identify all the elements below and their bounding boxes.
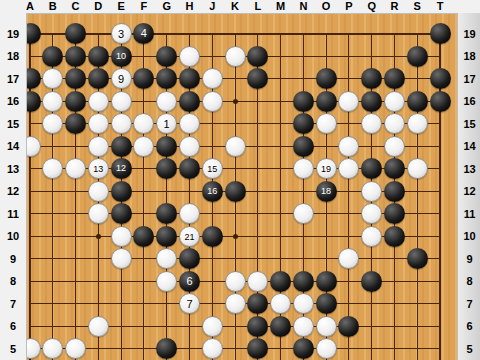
stone-black xyxy=(111,181,132,202)
stone-black: 16 xyxy=(202,181,223,202)
row-label: 16 xyxy=(458,94,480,108)
stone-black xyxy=(179,158,200,179)
stone-white xyxy=(202,68,223,89)
stone-white xyxy=(384,113,405,134)
stone-black xyxy=(316,91,337,112)
stone-black: 6 xyxy=(179,271,200,292)
stone-white xyxy=(111,248,132,269)
star-point xyxy=(96,234,101,239)
stone-white: 19 xyxy=(316,158,337,179)
grid-line-vertical xyxy=(417,34,418,360)
row-label: 7 xyxy=(0,297,26,311)
stone-black: 4 xyxy=(133,23,154,44)
stone-white xyxy=(338,136,359,157)
stone-white: 1 xyxy=(156,113,177,134)
grid-line-vertical xyxy=(348,34,349,360)
row-label: 12 xyxy=(458,184,480,198)
column-label: R xyxy=(384,0,404,13)
column-label: O xyxy=(316,0,336,13)
column-label: L xyxy=(248,0,268,13)
move-number: 12 xyxy=(111,158,132,179)
move-number: 1 xyxy=(157,114,176,135)
stone-white xyxy=(65,338,86,359)
move-number: 6 xyxy=(179,271,200,292)
stone-white xyxy=(293,293,314,314)
stone-black xyxy=(88,46,109,67)
move-number: 15 xyxy=(203,159,222,180)
stone-black xyxy=(111,136,132,157)
stone-black xyxy=(225,181,246,202)
stone-black xyxy=(111,203,132,224)
stone-white: 9 xyxy=(111,68,132,89)
stone-white xyxy=(361,226,382,247)
column-label: H xyxy=(179,0,199,13)
stone-white xyxy=(202,91,223,112)
stone-black xyxy=(65,113,86,134)
stone-white xyxy=(338,91,359,112)
row-label: 10 xyxy=(0,229,26,243)
stone-white xyxy=(88,136,109,157)
row-label: 9 xyxy=(0,252,26,266)
row-label: 11 xyxy=(0,207,26,221)
stone-black: 10 xyxy=(111,46,132,67)
stone-white xyxy=(293,158,314,179)
stone-white: 3 xyxy=(111,23,132,44)
stone-black xyxy=(316,68,337,89)
row-label: 10 xyxy=(458,229,480,243)
stone-black xyxy=(179,68,200,89)
stone-black xyxy=(407,91,428,112)
row-label: 14 xyxy=(458,139,480,153)
row-label: 15 xyxy=(458,117,480,131)
star-point xyxy=(233,99,238,104)
stone-white xyxy=(42,91,63,112)
stone-black xyxy=(293,91,314,112)
column-label: K xyxy=(225,0,245,13)
stone-white xyxy=(88,113,109,134)
row-labels-left: 1918171615141312111098765 xyxy=(0,13,27,360)
stone-white xyxy=(225,46,246,67)
stone-black xyxy=(65,91,86,112)
stone-black xyxy=(316,271,337,292)
stone-white xyxy=(111,226,132,247)
stone-white xyxy=(384,136,405,157)
move-number: 18 xyxy=(316,181,337,202)
stone-black xyxy=(384,158,405,179)
grid-line-horizontal xyxy=(29,258,441,259)
stone-white xyxy=(179,136,200,157)
row-labels-right: 1918171615141312111098765 xyxy=(457,13,480,360)
row-label: 8 xyxy=(458,274,480,288)
stone-white xyxy=(88,91,109,112)
column-label: B xyxy=(43,0,63,13)
stone-black xyxy=(293,113,314,134)
column-label: C xyxy=(66,0,86,13)
stone-black xyxy=(202,226,223,247)
stone-black xyxy=(270,316,291,337)
stone-white xyxy=(225,293,246,314)
stone-black xyxy=(361,271,382,292)
stone-black xyxy=(384,181,405,202)
stone-white xyxy=(247,271,268,292)
row-label: 13 xyxy=(458,162,480,176)
stone-black xyxy=(88,68,109,89)
row-label: 6 xyxy=(458,319,480,333)
stone-white xyxy=(270,293,291,314)
move-number: 16 xyxy=(202,181,223,202)
stone-black xyxy=(430,91,451,112)
column-label: S xyxy=(407,0,427,13)
row-label: 19 xyxy=(458,27,480,41)
stone-white xyxy=(88,181,109,202)
move-number: 7 xyxy=(180,294,199,315)
stone-white: 21 xyxy=(179,226,200,247)
stone-white: 13 xyxy=(88,158,109,179)
stone-white xyxy=(111,113,132,134)
stone-black xyxy=(293,136,314,157)
stone-black xyxy=(407,248,428,269)
stone-white xyxy=(179,203,200,224)
stone-black xyxy=(179,248,200,269)
stone-white xyxy=(384,91,405,112)
column-label: F xyxy=(134,0,154,13)
row-label: 8 xyxy=(0,274,26,288)
stone-black: 12 xyxy=(111,158,132,179)
row-label: 7 xyxy=(458,297,480,311)
move-number: 13 xyxy=(89,159,108,180)
column-label: P xyxy=(339,0,359,13)
stone-black xyxy=(133,226,154,247)
stone-white xyxy=(225,271,246,292)
row-label: 17 xyxy=(458,72,480,86)
stone-black xyxy=(384,68,405,89)
row-label: 15 xyxy=(0,117,26,131)
stone-white xyxy=(133,136,154,157)
move-number: 4 xyxy=(133,23,154,44)
column-label: G xyxy=(157,0,177,13)
star-point xyxy=(233,234,238,239)
row-label: 9 xyxy=(458,252,480,266)
move-number: 3 xyxy=(112,24,131,45)
stone-black xyxy=(407,46,428,67)
stone-white xyxy=(316,338,337,359)
stone-white xyxy=(179,113,200,134)
stone-white xyxy=(111,91,132,112)
stone-white xyxy=(88,203,109,224)
stone-white xyxy=(156,91,177,112)
stone-white xyxy=(293,203,314,224)
stone-black xyxy=(361,91,382,112)
stone-black xyxy=(430,23,451,44)
stone-white xyxy=(65,158,86,179)
go-diagram: 1918171615141312111098765 19181716151413… xyxy=(0,0,480,360)
row-label: 19 xyxy=(0,27,26,41)
stone-black xyxy=(247,46,268,67)
column-label: N xyxy=(293,0,313,13)
stone-black xyxy=(65,46,86,67)
column-label: Q xyxy=(362,0,382,13)
stone-white: 7 xyxy=(179,293,200,314)
move-number: 21 xyxy=(180,227,199,248)
stone-white xyxy=(316,113,337,134)
column-label: J xyxy=(202,0,222,13)
stone-white xyxy=(316,316,337,337)
stone-black xyxy=(156,136,177,157)
row-label: 6 xyxy=(0,319,26,333)
column-label: D xyxy=(88,0,108,13)
row-label: 5 xyxy=(458,342,480,356)
stone-white xyxy=(361,181,382,202)
stone-black xyxy=(42,46,63,67)
stone-black xyxy=(293,338,314,359)
row-label: 14 xyxy=(0,139,26,153)
grid-line-horizontal xyxy=(29,348,441,349)
row-label: 13 xyxy=(0,162,26,176)
stone-black xyxy=(179,91,200,112)
stone-black: 18 xyxy=(316,181,337,202)
stone-white: 15 xyxy=(202,158,223,179)
move-number: 10 xyxy=(111,46,132,67)
column-label: M xyxy=(271,0,291,13)
row-label: 12 xyxy=(0,184,26,198)
stone-white xyxy=(407,158,428,179)
row-label: 11 xyxy=(458,207,480,221)
move-number: 9 xyxy=(112,69,131,90)
column-label: A xyxy=(20,0,40,13)
stone-white xyxy=(293,316,314,337)
row-label: 16 xyxy=(0,94,26,108)
stone-black xyxy=(247,316,268,337)
stone-black xyxy=(65,68,86,89)
stone-white xyxy=(407,113,428,134)
stone-white xyxy=(202,338,223,359)
stone-white xyxy=(225,136,246,157)
stone-black xyxy=(430,68,451,89)
stone-black xyxy=(293,271,314,292)
stone-black xyxy=(156,46,177,67)
row-label: 17 xyxy=(0,72,26,86)
column-label: T xyxy=(430,0,450,13)
row-label: 5 xyxy=(0,342,26,356)
stone-white xyxy=(179,46,200,67)
stone-black xyxy=(384,226,405,247)
stone-black xyxy=(65,23,86,44)
row-label: 18 xyxy=(458,49,480,63)
stone-black xyxy=(384,203,405,224)
move-number: 19 xyxy=(317,159,336,180)
stone-black xyxy=(270,271,291,292)
row-label: 18 xyxy=(0,49,26,63)
stone-black xyxy=(338,316,359,337)
stone-white xyxy=(88,316,109,337)
stone-white xyxy=(156,271,177,292)
column-label: E xyxy=(111,0,131,13)
stone-white xyxy=(202,316,223,337)
stone-black xyxy=(156,226,177,247)
stone-black xyxy=(316,293,337,314)
